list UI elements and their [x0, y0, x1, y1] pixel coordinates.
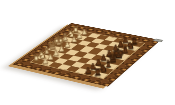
- square: [103, 45, 116, 51]
- square: ♛: [48, 46, 64, 53]
- product-photo-background: { "game": "chess", "scene_description": …: [0, 0, 175, 105]
- chess-board-grid: ♜♟♟♜♞♟♟♞♝♟♟♝♚♟♟♚♛♟♟♛♝♟♟♝♞♟♟♞♜♟♟♜: [31, 30, 144, 78]
- square: [100, 40, 113, 45]
- chess-set-photo: ♜♟♟♜♞♟♟♞♝♟♟♝♚♟♟♚♛♟♟♛♝♟♟♝♞♟♟♞♜♟♟♜: [30, 0, 145, 105]
- square: ♜: [92, 72, 108, 79]
- carved-chess-board: ♜♟♟♜♞♟♟♞♝♟♟♝♚♟♟♚♛♟♟♛♝♟♟♝♞♟♟♞♜♟♟♜: [13, 23, 161, 87]
- playing-field-trim: ♜♟♟♜♞♟♟♞♝♟♟♝♚♟♟♚♛♟♟♛♝♟♟♝♞♟♟♞♜♟♟♜: [30, 30, 145, 79]
- metal-clasp: [152, 39, 163, 43]
